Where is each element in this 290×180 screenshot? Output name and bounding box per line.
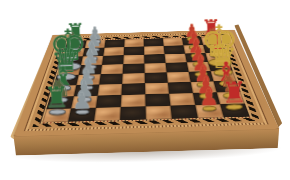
square-c4-r1[interactable] — [145, 94, 170, 107]
square-c2-r0[interactable] — [94, 107, 121, 121]
piece-base — [226, 104, 243, 111]
board-perspective-group: ♜♟♟♜♞♟♟♞♝♟♟♝♚♟♟♚♛♟♟♛♝♟♟♝♞♟♟♞♜♟♟♜ — [0, 0, 290, 180]
square-c2-r1[interactable] — [96, 95, 122, 108]
square-c4-r3[interactable] — [145, 72, 168, 83]
square-c3-r1[interactable] — [121, 94, 146, 107]
square-c2-r2[interactable] — [98, 84, 122, 96]
chess-set-photo: ♜♟♟♜♞♟♟♞♝♟♟♝♚♟♟♚♛♟♟♛♝♟♟♝♞♟♟♞♜♟♟♜ — [0, 0, 290, 180]
piece-base — [48, 109, 65, 116]
square-c4-r0[interactable] — [146, 106, 172, 120]
rook-glyph: ♜ — [221, 81, 248, 105]
piece-green-pawn[interactable]: ♟ — [71, 91, 92, 115]
square-c3-r0[interactable] — [120, 106, 146, 120]
square-c4-r2[interactable] — [145, 83, 169, 95]
square-c2-r3[interactable] — [99, 74, 122, 85]
piece-red-rook[interactable]: ♜ — [221, 81, 248, 110]
rook-glyph: ♜ — [43, 86, 70, 110]
square-c3-r2[interactable] — [121, 83, 145, 95]
piece-base — [202, 105, 216, 111]
pawn-glyph: ♟ — [71, 91, 92, 110]
piece-base — [75, 109, 89, 115]
pawn-glyph: ♟ — [198, 87, 219, 106]
piece-green-rook[interactable]: ♜ — [43, 86, 70, 115]
square-c3-r3[interactable] — [122, 73, 145, 84]
square-c5-r3[interactable] — [167, 72, 191, 83]
square-c5-r2[interactable] — [168, 82, 193, 94]
piece-red-pawn[interactable]: ♟ — [198, 87, 219, 111]
square-c5-r0[interactable] — [170, 105, 197, 119]
square-c5-r1[interactable] — [169, 93, 195, 106]
